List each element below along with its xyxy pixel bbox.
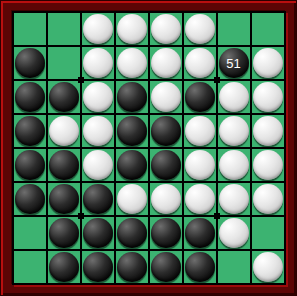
cell-b1[interactable] [48,13,80,45]
cell-e2 [150,47,182,79]
star-point-icon [78,213,84,219]
disc-white [185,48,215,78]
disc-black [49,252,79,282]
star-point-icon [78,77,84,83]
cell-h7[interactable] [252,217,284,249]
cell-h2 [252,47,284,79]
cell-c5 [82,149,114,181]
cell-f3 [184,81,216,113]
star-point-icon [214,213,220,219]
disc-black [15,184,45,214]
cell-f4 [184,115,216,147]
disc-white [219,150,249,180]
disc-white [253,116,283,146]
disc-black [151,150,181,180]
cell-a5 [14,149,46,181]
cell-f1 [184,13,216,45]
disc-black [185,82,215,112]
cell-g1[interactable] [218,13,250,45]
cell-h8 [252,251,284,283]
disc-black [49,184,79,214]
disc-white [185,150,215,180]
disc-black [151,252,181,282]
cell-h6 [252,183,284,215]
disc-black [117,218,147,248]
cell-e8 [150,251,182,283]
cell-d6 [116,183,148,215]
cell-g8[interactable] [218,251,250,283]
disc-white [185,116,215,146]
cell-g3 [218,81,250,113]
cell-c2 [82,47,114,79]
disc-black [151,218,181,248]
cell-e3 [150,81,182,113]
cell-c8 [82,251,114,283]
cell-b2[interactable] [48,47,80,79]
cell-e4 [150,115,182,147]
disc-white [83,150,113,180]
cell-e5 [150,149,182,181]
star-point-icon [214,77,220,83]
disc-black [49,82,79,112]
cell-c7 [82,217,114,249]
cell-f7 [184,217,216,249]
cell-a6 [14,183,46,215]
disc-black [185,218,215,248]
disc-black [117,82,147,112]
disc-white [49,116,79,146]
disc-black [83,184,113,214]
cell-g4 [218,115,250,147]
cell-g6 [218,183,250,215]
cell-a8[interactable] [14,251,46,283]
board-frame: 51 [0,0,297,296]
disc-black [49,150,79,180]
cell-a4 [14,115,46,147]
cell-b8 [48,251,80,283]
cell-e7 [150,217,182,249]
disc-white [219,218,249,248]
cell-c4 [82,115,114,147]
cell-g5 [218,149,250,181]
disc-white [253,48,283,78]
cell-b4 [48,115,80,147]
disc-black [15,82,45,112]
cell-b7 [48,217,80,249]
disc-black [117,252,147,282]
disc-white [117,48,147,78]
cell-b3 [48,81,80,113]
cell-c6 [82,183,114,215]
disc-white [151,82,181,112]
disc-black: 51 [219,48,249,78]
cell-f6 [184,183,216,215]
cell-b6 [48,183,80,215]
othello-app: 51 [0,0,297,296]
cell-b5 [48,149,80,181]
cell-h3 [252,81,284,113]
cell-a7[interactable] [14,217,46,249]
cell-c3 [82,81,114,113]
disc-white [151,184,181,214]
disc-white [219,116,249,146]
cell-g7 [218,217,250,249]
disc-white [83,116,113,146]
disc-black [83,252,113,282]
othello-board: 51 [12,11,286,285]
disc-black [15,48,45,78]
cell-h1[interactable] [252,13,284,45]
cell-h5 [252,149,284,181]
cell-d7 [116,217,148,249]
disc-black [49,218,79,248]
cell-h4 [252,115,284,147]
disc-white [117,14,147,44]
cell-e6 [150,183,182,215]
disc-white [83,14,113,44]
disc-white [151,48,181,78]
disc-black [83,218,113,248]
disc-black [185,252,215,282]
disc-white [185,184,215,214]
cell-f2 [184,47,216,79]
disc-black [151,116,181,146]
disc-white [219,82,249,112]
disc-white [219,184,249,214]
cell-g2: 51 [218,47,250,79]
cell-d2 [116,47,148,79]
disc-white [83,82,113,112]
disc-white [253,184,283,214]
cell-d4 [116,115,148,147]
cell-a1[interactable] [14,13,46,45]
disc-white [253,82,283,112]
cell-a2 [14,47,46,79]
disc-white [151,14,181,44]
disc-black [15,116,45,146]
cell-d3 [116,81,148,113]
cell-c1 [82,13,114,45]
disc-white [83,48,113,78]
last-move-number-badge: 51 [219,48,249,78]
cell-a3 [14,81,46,113]
disc-white [117,184,147,214]
disc-white [253,150,283,180]
disc-white [185,14,215,44]
cell-f8 [184,251,216,283]
disc-black [117,116,147,146]
cell-d8 [116,251,148,283]
cell-e1 [150,13,182,45]
disc-white [253,252,283,282]
cell-f5 [184,149,216,181]
disc-black [15,150,45,180]
cell-d1 [116,13,148,45]
disc-black [117,150,147,180]
cell-d5 [116,149,148,181]
